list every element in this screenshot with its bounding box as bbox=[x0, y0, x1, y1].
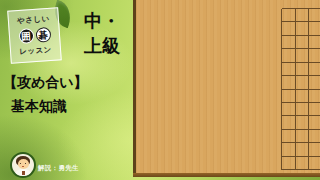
intersection-3-8 bbox=[302, 96, 315, 109]
logo-text-top: やさしい bbox=[17, 14, 50, 26]
intersection-1-6 bbox=[275, 69, 288, 82]
channel-logo-badge: やさしい 囲 碁 レッスン bbox=[7, 7, 62, 63]
intersection-2-13 bbox=[288, 163, 301, 176]
go-board: ✕1✕ bbox=[133, 0, 320, 180]
instructor-avatar bbox=[10, 152, 36, 178]
intersection-1-10 bbox=[275, 123, 288, 136]
intersection-1-13 bbox=[275, 163, 288, 176]
go-character-circle: 碁 bbox=[35, 27, 51, 43]
intersection-1-7 bbox=[275, 82, 288, 95]
intersection-2-6 bbox=[288, 69, 301, 82]
avatar-face bbox=[18, 159, 29, 169]
intersection-1-8 bbox=[275, 96, 288, 109]
logo-text-bottom: レッスン bbox=[19, 45, 52, 57]
logo-circles: 囲 碁 bbox=[18, 27, 51, 44]
intersection-2-8 bbox=[288, 96, 301, 109]
intersection-2-1 bbox=[288, 2, 301, 15]
intersection-4-2 bbox=[315, 15, 320, 28]
intersection-4-5 bbox=[315, 55, 320, 68]
intersection-1-12 bbox=[275, 149, 288, 162]
intersection-2-4 bbox=[288, 42, 301, 55]
intersection-2-7 bbox=[288, 82, 301, 95]
intersection-3-10 bbox=[302, 123, 315, 136]
intersection-4-8 bbox=[315, 96, 320, 109]
intersection-2-11 bbox=[288, 136, 301, 149]
intersection-4-6 bbox=[315, 69, 320, 82]
intersection-4-7 bbox=[315, 82, 320, 95]
intersection-3-1 bbox=[302, 2, 315, 15]
intersection-4-3 bbox=[315, 29, 320, 42]
intersection-3-4 bbox=[302, 42, 315, 55]
lesson-topic: 【攻め合い】 bbox=[3, 74, 88, 92]
intersection-2-5 bbox=[288, 55, 301, 68]
intersection-1-11 bbox=[275, 136, 288, 149]
intersection-2-2 bbox=[288, 15, 301, 28]
intersection-4-11 bbox=[315, 136, 320, 149]
intersection-3-7 bbox=[302, 82, 315, 95]
intersection-4-1 bbox=[315, 2, 320, 15]
instructor-caption: 解説：勇先生 bbox=[38, 164, 79, 173]
intersection-4-13 bbox=[315, 163, 320, 176]
intersection-2-9 bbox=[288, 109, 301, 122]
intersection-3-3 bbox=[302, 29, 315, 42]
igo-character-circle: 囲 bbox=[18, 28, 34, 44]
intersection-3-11 bbox=[302, 136, 315, 149]
intersection-2-3 bbox=[288, 29, 301, 42]
intersection-1-3 bbox=[275, 29, 288, 42]
intersection-4-12 bbox=[315, 149, 320, 162]
intersection-3-5 bbox=[302, 55, 315, 68]
intersection-3-12 bbox=[302, 149, 315, 162]
intersection-3-13 bbox=[302, 163, 315, 176]
intersection-4-4 bbox=[315, 42, 320, 55]
goban-grid: ✕1✕ bbox=[275, 2, 320, 177]
lesson-subtitle: 基本知識 bbox=[11, 98, 67, 116]
intersection-1-1 bbox=[275, 2, 288, 15]
intersection-1-5 bbox=[275, 55, 288, 68]
intersection-3-6 bbox=[302, 69, 315, 82]
level-title: 中・ 上級 bbox=[84, 9, 120, 59]
intersection-4-10 bbox=[315, 123, 320, 136]
intersection-1-9 bbox=[275, 109, 288, 122]
intersection-3-2 bbox=[302, 15, 315, 28]
intersection-1-4 bbox=[275, 42, 288, 55]
avatar-item bbox=[22, 171, 25, 175]
intersection-2-10 bbox=[288, 123, 301, 136]
intersection-1-2 bbox=[275, 15, 288, 28]
intersection-3-9 bbox=[302, 109, 315, 122]
intersection-4-9 bbox=[315, 109, 320, 122]
intersection-2-12 bbox=[288, 149, 301, 162]
